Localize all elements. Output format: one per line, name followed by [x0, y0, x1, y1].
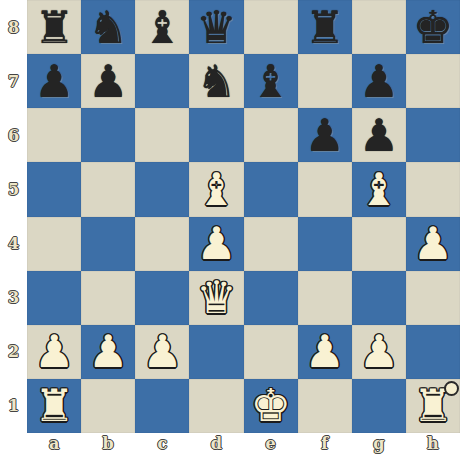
square-a7[interactable]: ♟: [27, 54, 81, 108]
piece-white-pawn-h4[interactable]: ♟: [413, 221, 453, 266]
file-label-f: f: [298, 433, 352, 460]
square-e7[interactable]: ♝: [244, 54, 298, 108]
square-b6[interactable]: [81, 108, 135, 162]
square-d8[interactable]: ♛: [189, 0, 243, 54]
square-g4[interactable]: [352, 217, 406, 271]
square-b1[interactable]: [81, 379, 135, 433]
square-a4[interactable]: [27, 217, 81, 271]
square-h6[interactable]: [406, 108, 460, 162]
square-f6[interactable]: ♟: [298, 108, 352, 162]
piece-white-pawn-a2[interactable]: ♟: [34, 329, 74, 374]
file-label-h: h: [406, 433, 460, 460]
chess-board-screenshot: 87654321 ♜♞♝♛♜♚♟♟♞♝♟♟♟♝♝♟♟♛♟♟♟♟♟♜♚♜ abcd…: [0, 0, 460, 460]
rank-labels: 87654321: [0, 0, 27, 433]
square-g2[interactable]: ♟: [352, 325, 406, 379]
file-label-b: b: [81, 433, 135, 460]
square-d4[interactable]: ♟: [189, 217, 243, 271]
square-d1[interactable]: [189, 379, 243, 433]
piece-white-queen-d3[interactable]: ♛: [196, 275, 236, 320]
rank-label-3: 3: [0, 271, 27, 325]
square-b8[interactable]: ♞: [81, 0, 135, 54]
square-g5[interactable]: ♝: [352, 162, 406, 216]
rank-label-4: 4: [0, 217, 27, 271]
square-f8[interactable]: ♜: [298, 0, 352, 54]
square-f2[interactable]: ♟: [298, 325, 352, 379]
square-h4[interactable]: ♟: [406, 217, 460, 271]
square-b7[interactable]: ♟: [81, 54, 135, 108]
rank-label-5: 5: [0, 162, 27, 216]
rank-label-6: 6: [0, 108, 27, 162]
square-c2[interactable]: ♟: [135, 325, 189, 379]
piece-black-king-h8[interactable]: ♚: [413, 5, 453, 50]
piece-black-rook-a8[interactable]: ♜: [34, 5, 74, 50]
square-e1[interactable]: ♚: [244, 379, 298, 433]
square-b4[interactable]: [81, 217, 135, 271]
square-a8[interactable]: ♜: [27, 0, 81, 54]
file-label-g: g: [352, 433, 406, 460]
square-h2[interactable]: [406, 325, 460, 379]
rank-label-1: 1: [0, 379, 27, 433]
file-label-c: c: [135, 433, 189, 460]
square-a3[interactable]: [27, 271, 81, 325]
square-a1[interactable]: ♜: [27, 379, 81, 433]
square-d2[interactable]: [189, 325, 243, 379]
square-d6[interactable]: [189, 108, 243, 162]
square-f7[interactable]: [298, 54, 352, 108]
square-h7[interactable]: [406, 54, 460, 108]
square-c3[interactable]: [135, 271, 189, 325]
square-e6[interactable]: [244, 108, 298, 162]
piece-black-pawn-g7[interactable]: ♟: [359, 59, 399, 104]
square-g1[interactable]: [352, 379, 406, 433]
rank-label-7: 7: [0, 54, 27, 108]
square-f3[interactable]: [298, 271, 352, 325]
square-c8[interactable]: ♝: [135, 0, 189, 54]
square-e5[interactable]: [244, 162, 298, 216]
piece-black-rook-f8[interactable]: ♜: [305, 5, 345, 50]
square-e4[interactable]: [244, 217, 298, 271]
piece-black-pawn-f6[interactable]: ♟: [305, 113, 345, 158]
piece-black-bishop-c8[interactable]: ♝: [142, 5, 182, 50]
piece-black-queen-d8[interactable]: ♛: [196, 5, 236, 50]
piece-white-bishop-d5[interactable]: ♝: [196, 167, 236, 212]
square-g8[interactable]: [352, 0, 406, 54]
square-e3[interactable]: [244, 271, 298, 325]
square-c7[interactable]: [135, 54, 189, 108]
square-b3[interactable]: [81, 271, 135, 325]
piece-white-pawn-c2[interactable]: ♟: [142, 329, 182, 374]
piece-white-pawn-b2[interactable]: ♟: [88, 329, 128, 374]
piece-black-bishop-e7[interactable]: ♝: [250, 59, 290, 104]
square-a6[interactable]: [27, 108, 81, 162]
square-c6[interactable]: [135, 108, 189, 162]
file-label-e: e: [244, 433, 298, 460]
rank-label-2: 2: [0, 325, 27, 379]
file-labels: abcdefgh: [27, 433, 460, 460]
square-h5[interactable]: [406, 162, 460, 216]
square-c5[interactable]: [135, 162, 189, 216]
board: ♜♞♝♛♜♚♟♟♞♝♟♟♟♝♝♟♟♛♟♟♟♟♟♜♚♜: [27, 0, 460, 433]
circle-marker-icon: [444, 381, 459, 396]
rank-label-8: 8: [0, 0, 27, 54]
square-g7[interactable]: ♟: [352, 54, 406, 108]
square-c1[interactable]: [135, 379, 189, 433]
piece-black-pawn-b7[interactable]: ♟: [88, 59, 128, 104]
piece-white-king-e1[interactable]: ♚: [250, 383, 290, 428]
piece-white-bishop-g5[interactable]: ♝: [359, 167, 399, 212]
piece-white-pawn-d4[interactable]: ♟: [196, 221, 236, 266]
square-d3[interactable]: ♛: [189, 271, 243, 325]
square-f5[interactable]: [298, 162, 352, 216]
square-a2[interactable]: ♟: [27, 325, 81, 379]
square-g3[interactable]: [352, 271, 406, 325]
square-d5[interactable]: ♝: [189, 162, 243, 216]
square-g6[interactable]: ♟: [352, 108, 406, 162]
file-label-a: a: [27, 433, 81, 460]
piece-black-knight-b8[interactable]: ♞: [88, 5, 128, 50]
square-b5[interactable]: [81, 162, 135, 216]
piece-white-rook-a1[interactable]: ♜: [34, 383, 74, 428]
square-a5[interactable]: [27, 162, 81, 216]
square-h1[interactable]: ♜: [406, 379, 460, 433]
square-b2[interactable]: ♟: [81, 325, 135, 379]
square-e2[interactable]: [244, 325, 298, 379]
piece-black-knight-d7[interactable]: ♞: [196, 59, 236, 104]
square-f4[interactable]: [298, 217, 352, 271]
square-h3[interactable]: [406, 271, 460, 325]
square-f1[interactable]: [298, 379, 352, 433]
square-h8[interactable]: ♚: [406, 0, 460, 54]
square-e8[interactable]: [244, 0, 298, 54]
file-label-d: d: [189, 433, 243, 460]
piece-black-pawn-g6[interactable]: ♟: [359, 113, 399, 158]
piece-white-pawn-g2[interactable]: ♟: [359, 329, 399, 374]
square-d7[interactable]: ♞: [189, 54, 243, 108]
piece-black-pawn-a7[interactable]: ♟: [34, 59, 74, 104]
square-c4[interactable]: [135, 217, 189, 271]
piece-white-pawn-f2[interactable]: ♟: [305, 329, 345, 374]
